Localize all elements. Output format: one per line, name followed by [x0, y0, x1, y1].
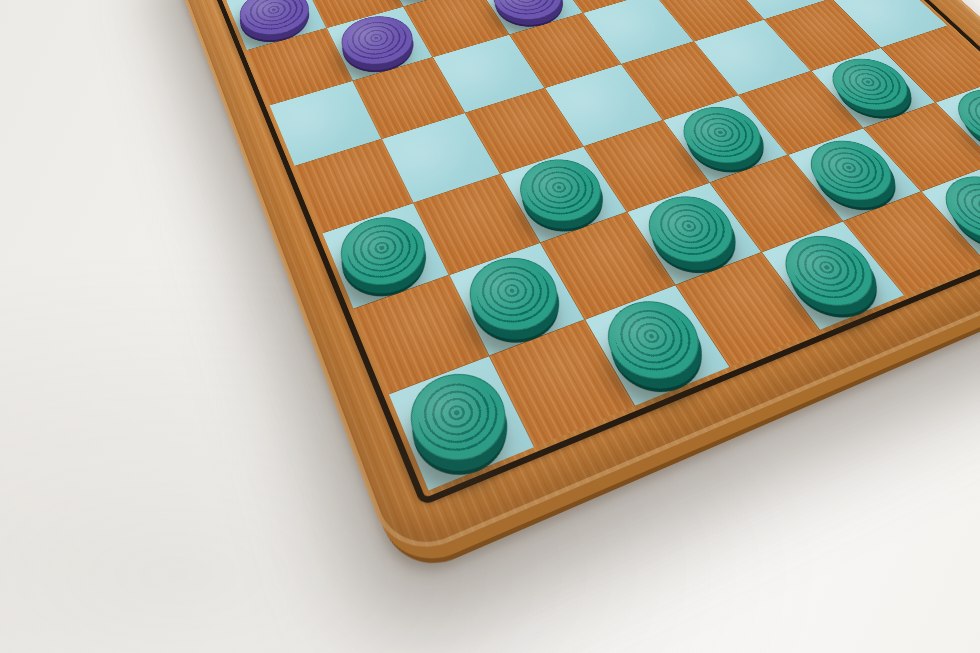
studio-photo-backdrop: [0, 0, 980, 653]
perspective-scene: [0, 0, 980, 653]
checkers-board: [163, 0, 980, 565]
